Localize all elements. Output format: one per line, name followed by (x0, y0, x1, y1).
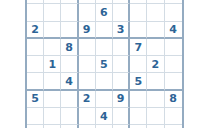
sudoku-cell-r9c9[interactable] (165, 125, 182, 128)
given-digit: 5 (134, 76, 142, 87)
given-digit: 9 (83, 24, 91, 35)
sudoku-cell-r6c9[interactable] (165, 73, 182, 90)
given-digit: 2 (152, 59, 160, 70)
sudoku-cell-r2c5[interactable]: 6 (96, 4, 113, 21)
given-digit: 9 (117, 93, 125, 104)
sudoku-cell-r3c9[interactable]: 4 (165, 22, 182, 39)
sudoku-cell-r8c9[interactable] (165, 108, 182, 125)
sudoku-cell-r5c7[interactable] (130, 56, 147, 73)
sudoku-cell-r2c8[interactable] (147, 4, 164, 21)
sudoku-cell-r3c8[interactable] (147, 22, 164, 39)
sudoku-cell-r7c2[interactable] (44, 91, 61, 108)
sudoku-cell-r8c7[interactable] (130, 108, 147, 125)
sudoku-cell-r4c4[interactable] (79, 39, 96, 56)
sudoku-cell-r9c8[interactable] (147, 125, 164, 128)
sudoku-cell-r7c6[interactable]: 9 (113, 91, 130, 108)
given-digit: 7 (134, 42, 142, 53)
given-digit: 8 (65, 42, 73, 53)
sudoku-cell-r9c5[interactable] (96, 125, 113, 128)
sudoku-cell-r5c2[interactable]: 1 (44, 56, 61, 73)
sudoku-cell-r6c2[interactable] (44, 73, 61, 90)
given-digit: 4 (65, 76, 73, 87)
sudoku-cell-r5c9[interactable] (165, 56, 182, 73)
sudoku-cell-r2c1[interactable] (27, 4, 44, 21)
sudoku-cell-r3c4[interactable]: 9 (79, 22, 96, 39)
sudoku-cell-r6c8[interactable] (147, 73, 164, 90)
sudoku-cell-r7c5[interactable] (96, 91, 113, 108)
sudoku-cell-r8c5[interactable]: 4 (96, 108, 113, 125)
sudoku-cell-r4c1[interactable] (27, 39, 44, 56)
sudoku-cell-r6c1[interactable] (27, 73, 44, 90)
sudoku-cell-r2c3[interactable] (61, 4, 78, 21)
given-digit: 5 (31, 93, 39, 104)
sudoku-cell-r3c7[interactable] (130, 22, 147, 39)
sudoku-cell-r8c2[interactable] (44, 108, 61, 125)
sudoku-cell-r3c3[interactable] (61, 22, 78, 39)
sudoku-cell-r5c1[interactable] (27, 56, 44, 73)
sudoku-cell-r2c2[interactable] (44, 4, 61, 21)
sudoku-cell-r3c2[interactable] (44, 22, 61, 39)
sudoku-cell-r9c1[interactable] (27, 125, 44, 128)
given-digit: 2 (83, 93, 91, 104)
given-digit: 8 (169, 93, 177, 104)
sudoku-cell-r3c6[interactable]: 3 (113, 22, 130, 39)
sudoku-cell-r4c8[interactable] (147, 39, 164, 56)
sudoku-cell-r8c4[interactable] (79, 108, 96, 125)
sudoku-cell-r7c4[interactable]: 2 (79, 91, 96, 108)
given-digit: 2 (31, 24, 39, 35)
sudoku-cell-r4c2[interactable] (44, 39, 61, 56)
sudoku-cell-r4c7[interactable]: 7 (130, 39, 147, 56)
sudoku-cell-r6c4[interactable] (79, 73, 96, 90)
sudoku-cell-r6c7[interactable]: 5 (130, 73, 147, 90)
sudoku-board: 62934871524552984 (25, 0, 184, 128)
sudoku-cell-r8c3[interactable] (61, 108, 78, 125)
sudoku-cell-r2c7[interactable] (130, 4, 147, 21)
sudoku-cell-r8c8[interactable] (147, 108, 164, 125)
sudoku-cell-r7c1[interactable]: 5 (27, 91, 44, 108)
sudoku-cell-r7c7[interactable] (130, 91, 147, 108)
sudoku-cell-r7c3[interactable] (61, 91, 78, 108)
sudoku-cell-r9c6[interactable] (113, 125, 130, 128)
sudoku-cell-r2c6[interactable] (113, 4, 130, 21)
sudoku-cell-r9c4[interactable] (79, 125, 96, 128)
sudoku-cell-r4c6[interactable] (113, 39, 130, 56)
sudoku-cell-r5c5[interactable]: 5 (96, 56, 113, 73)
given-digit: 3 (117, 24, 125, 35)
sudoku-cell-r9c3[interactable] (61, 125, 78, 128)
given-digit: 4 (169, 24, 177, 35)
sudoku-cell-r4c9[interactable] (165, 39, 182, 56)
sudoku-cell-r5c4[interactable] (79, 56, 96, 73)
sudoku-cell-r3c1[interactable]: 2 (27, 22, 44, 39)
given-digit: 6 (100, 7, 108, 18)
sudoku-cell-r8c1[interactable] (27, 108, 44, 125)
sudoku-cell-r5c8[interactable]: 2 (147, 56, 164, 73)
sudoku-cell-r7c8[interactable] (147, 91, 164, 108)
sudoku-cell-r3c5[interactable] (96, 22, 113, 39)
given-digit: 1 (48, 59, 56, 70)
given-digit: 4 (100, 111, 108, 122)
sudoku-cell-r8c6[interactable] (113, 108, 130, 125)
sudoku-cell-r6c3[interactable]: 4 (61, 73, 78, 90)
sudoku-cell-r5c6[interactable] (113, 56, 130, 73)
sudoku-cell-r2c9[interactable] (165, 4, 182, 21)
sudoku-cell-r4c5[interactable] (96, 39, 113, 56)
sudoku-cell-r6c5[interactable] (96, 73, 113, 90)
given-digit: 5 (100, 59, 108, 70)
sudoku-cell-r6c6[interactable] (113, 73, 130, 90)
sudoku-cell-r7c9[interactable]: 8 (165, 91, 182, 108)
sudoku-cell-r9c2[interactable] (44, 125, 61, 128)
sudoku-cell-r5c3[interactable] (61, 56, 78, 73)
sudoku-cell-r2c4[interactable] (79, 4, 96, 21)
sudoku-cell-r9c7[interactable] (130, 125, 147, 128)
sudoku-cell-r4c3[interactable]: 8 (61, 39, 78, 56)
